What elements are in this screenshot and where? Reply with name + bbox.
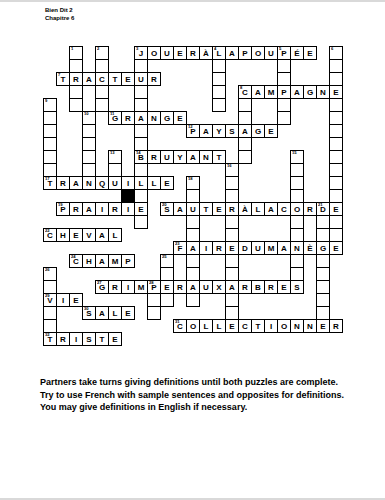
letter-cell: Q xyxy=(95,176,109,190)
letter-cell: Y xyxy=(212,124,226,138)
letter-cell: E xyxy=(212,202,226,216)
empty-cell[interactable] xyxy=(316,306,330,320)
letter-cell: T xyxy=(251,319,265,333)
cell-letter: A xyxy=(96,230,108,242)
letter-cell: T17 xyxy=(43,176,57,190)
letter-cell: E xyxy=(264,124,278,138)
letter-cell: G11 xyxy=(108,111,122,125)
letter-cell: R xyxy=(147,150,161,164)
cell-letter: R xyxy=(265,282,277,294)
letter-cell: A xyxy=(95,254,109,268)
letter-cell: C8 xyxy=(238,85,252,99)
clue-number: 7 xyxy=(58,73,60,77)
empty-cell[interactable] xyxy=(69,59,83,73)
letter-cell: R xyxy=(69,202,83,216)
cell-letter: R xyxy=(174,282,186,294)
clue-number: 5 xyxy=(279,47,281,51)
letter-cell: A xyxy=(69,176,83,190)
letter-cell: T xyxy=(95,332,109,346)
letter-cell: O xyxy=(251,46,265,60)
cell-letter: S xyxy=(83,334,95,346)
empty-cell[interactable] xyxy=(316,267,330,281)
letter-cell: I xyxy=(121,280,135,294)
cell-letter: E xyxy=(122,308,134,320)
empty-cell[interactable] xyxy=(316,293,330,307)
cell-letter: R xyxy=(57,178,69,190)
empty-cell[interactable] xyxy=(290,228,304,242)
clue-number: 1 xyxy=(71,47,73,51)
empty-cell[interactable]: 13 xyxy=(108,150,122,164)
cell-letter: A xyxy=(96,256,108,268)
empty-cell[interactable] xyxy=(82,150,96,164)
empty-cell[interactable] xyxy=(134,163,148,177)
letter-cell: T xyxy=(212,150,226,164)
empty-cell[interactable] xyxy=(225,215,239,229)
clue-number: 13 xyxy=(110,151,115,155)
letter-cell: N xyxy=(82,176,96,190)
empty-cell[interactable] xyxy=(212,72,226,86)
empty-cell[interactable] xyxy=(134,215,148,229)
letter-cell: E xyxy=(69,228,83,242)
letter-cell: E xyxy=(173,46,187,60)
letter-cell: R xyxy=(225,202,239,216)
letter-cell: U xyxy=(160,150,174,164)
empty-cell[interactable] xyxy=(134,137,148,151)
cell-letter: T xyxy=(96,334,108,346)
letter-cell: U xyxy=(199,280,213,294)
cell-letter: V xyxy=(83,230,95,242)
letter-cell: A xyxy=(134,111,148,125)
empty-cell[interactable] xyxy=(212,85,226,99)
letter-cell: E xyxy=(277,280,291,294)
letter-cell: H xyxy=(56,228,70,242)
letter-cell: R xyxy=(212,241,226,255)
letter-cell: N xyxy=(199,150,213,164)
letter-cell: O xyxy=(147,46,161,60)
letter-cell: A xyxy=(173,202,187,216)
empty-cell[interactable] xyxy=(95,98,109,112)
letter-cell: À xyxy=(238,202,252,216)
clue-number: 26 xyxy=(45,268,50,272)
empty-cell[interactable] xyxy=(329,137,343,151)
cell-letter: I xyxy=(57,295,69,307)
cell-letter: R xyxy=(109,282,121,294)
letter-cell: M xyxy=(108,254,122,268)
cell-letter: R xyxy=(122,113,134,125)
cell-letter: O xyxy=(252,48,264,60)
empty-cell[interactable] xyxy=(108,163,122,177)
cell-letter: R xyxy=(213,243,225,255)
cell-letter: A xyxy=(200,126,212,138)
cell-letter: T xyxy=(252,321,264,333)
empty-cell[interactable] xyxy=(316,254,330,268)
clue-number: 18 xyxy=(188,177,193,181)
letter-cell: U xyxy=(251,241,265,255)
cell-letter: S xyxy=(291,282,303,294)
letter-cell: R xyxy=(303,202,317,216)
letter-cell: R xyxy=(108,202,122,216)
empty-cell[interactable]: 25 xyxy=(160,254,174,268)
empty-cell[interactable] xyxy=(290,163,304,177)
empty-cell[interactable] xyxy=(186,267,200,281)
letter-cell: C22 xyxy=(43,228,57,242)
letter-cell: I xyxy=(199,241,213,255)
letter-cell: L xyxy=(134,176,148,190)
empty-cell[interactable] xyxy=(69,85,83,99)
cell-letter: R xyxy=(239,282,251,294)
cell-letter: U xyxy=(161,152,173,164)
cell-letter: À xyxy=(239,204,251,216)
empty-cell[interactable] xyxy=(329,150,343,164)
letter-cell: R xyxy=(121,111,135,125)
empty-cell[interactable] xyxy=(43,111,57,125)
empty-cell[interactable]: 2 xyxy=(95,46,109,60)
clue-number: 2 xyxy=(97,47,99,51)
empty-cell[interactable] xyxy=(316,215,330,229)
cell-letter: I xyxy=(200,243,212,255)
letter-cell: R xyxy=(69,72,83,86)
empty-cell[interactable] xyxy=(238,111,252,125)
cell-letter: P xyxy=(122,256,134,268)
letter-cell: A xyxy=(82,202,96,216)
cell-letter: A xyxy=(187,152,199,164)
cell-letter: O xyxy=(148,48,160,60)
letter-cell: P xyxy=(277,85,291,99)
letter-cell: U xyxy=(264,46,278,60)
cell-letter: R xyxy=(57,334,69,346)
cell-letter: N xyxy=(83,178,95,190)
header-chapter: Chapitre 6 xyxy=(45,15,74,23)
cell-letter: A xyxy=(265,204,277,216)
empty-cell[interactable] xyxy=(43,319,57,333)
letter-cell: U xyxy=(186,202,200,216)
letter-cell: E xyxy=(173,111,187,125)
empty-cell[interactable] xyxy=(186,254,200,268)
clue-number: 8 xyxy=(240,86,242,90)
cell-letter: I xyxy=(122,204,134,216)
letter-cell: L xyxy=(108,306,122,320)
letter-cell: U xyxy=(108,176,122,190)
empty-cell[interactable] xyxy=(329,111,343,125)
letter-cell: L xyxy=(199,319,213,333)
cell-letter: T xyxy=(213,152,225,164)
cell-letter: É xyxy=(291,48,303,60)
cell-letter: I xyxy=(122,282,134,294)
cell-letter: L xyxy=(213,321,225,333)
cell-letter: R xyxy=(148,74,160,86)
empty-cell[interactable] xyxy=(160,267,174,281)
letter-cell: R xyxy=(147,72,161,86)
letter-cell: È xyxy=(303,241,317,255)
cell-letter: G xyxy=(161,113,173,125)
clue-number: 31 xyxy=(175,320,180,324)
letter-cell: E xyxy=(316,319,330,333)
empty-cell[interactable] xyxy=(134,59,148,73)
cell-letter: È xyxy=(304,243,316,255)
cell-letter: H xyxy=(57,230,69,242)
letter-cell: O xyxy=(277,319,291,333)
empty-cell[interactable] xyxy=(147,306,161,320)
cell-letter: E xyxy=(226,321,238,333)
letter-cell: E xyxy=(329,202,343,216)
letter-cell: R xyxy=(56,176,70,190)
empty-cell[interactable] xyxy=(238,137,252,151)
empty-cell[interactable] xyxy=(329,98,343,112)
empty-cell[interactable] xyxy=(225,228,239,242)
cell-letter: E xyxy=(174,48,186,60)
letter-cell: L xyxy=(108,228,122,242)
empty-cell[interactable] xyxy=(238,98,252,112)
worksheet-page: Bien Dit 2 Chapitre 6 12J3OUERÀL4APOUP5É… xyxy=(0,0,385,500)
clue-number: 16 xyxy=(227,164,232,168)
empty-cell[interactable] xyxy=(134,85,148,99)
letter-cell: R xyxy=(264,280,278,294)
empty-cell[interactable] xyxy=(225,293,239,307)
empty-cell[interactable] xyxy=(82,124,96,138)
clue-number: 19 xyxy=(58,203,63,207)
letter-cell: A xyxy=(238,124,252,138)
empty-cell[interactable] xyxy=(329,124,343,138)
clue-number: 29 xyxy=(45,294,50,298)
empty-cell[interactable] xyxy=(134,189,148,203)
letter-cell: R xyxy=(329,319,343,333)
empty-cell[interactable] xyxy=(186,228,200,242)
clue-number: 27 xyxy=(97,281,102,285)
empty-cell[interactable] xyxy=(290,215,304,229)
cell-letter: N xyxy=(148,113,160,125)
empty-cell[interactable] xyxy=(43,150,57,164)
cell-letter: E xyxy=(174,113,186,125)
empty-cell[interactable] xyxy=(290,189,304,203)
empty-cell[interactable] xyxy=(95,85,109,99)
empty-cell[interactable] xyxy=(43,280,57,294)
empty-cell[interactable] xyxy=(134,124,148,138)
empty-cell[interactable] xyxy=(329,72,343,86)
cell-letter: A xyxy=(278,243,290,255)
letter-cell: S20 xyxy=(160,202,174,216)
cell-letter: E xyxy=(317,321,329,333)
letter-cell: E xyxy=(160,176,174,190)
cell-letter: A xyxy=(96,308,108,320)
clue-number: 10 xyxy=(84,112,89,116)
letter-cell: S xyxy=(225,124,239,138)
page-edge-top xyxy=(0,0,385,2)
cell-letter: M xyxy=(265,87,277,99)
empty-cell[interactable]: 15 xyxy=(290,150,304,164)
clue-number: 25 xyxy=(162,255,167,259)
letter-cell: A xyxy=(186,150,200,164)
empty-cell[interactable] xyxy=(225,267,239,281)
empty-cell[interactable] xyxy=(329,215,343,229)
letter-cell: M xyxy=(264,241,278,255)
letter-cell: E xyxy=(121,72,135,86)
letter-cell: G xyxy=(316,241,330,255)
empty-cell[interactable] xyxy=(290,176,304,190)
clue-number: 21 xyxy=(318,203,323,207)
letter-cell: I xyxy=(95,202,109,216)
empty-cell[interactable] xyxy=(69,98,83,112)
letter-cell: C xyxy=(277,202,291,216)
cell-letter: U xyxy=(265,48,277,60)
letter-cell: R xyxy=(238,280,252,294)
cell-letter: R xyxy=(304,204,316,216)
clue-number: 22 xyxy=(45,229,50,233)
cell-letter: A xyxy=(174,204,186,216)
letter-cell: E xyxy=(329,85,343,99)
cell-letter: N xyxy=(317,87,329,99)
letter-cell: I xyxy=(264,319,278,333)
letter-cell: B xyxy=(251,280,265,294)
empty-cell[interactable] xyxy=(277,72,291,86)
cell-letter: Y xyxy=(174,152,186,164)
letter-cell: A xyxy=(82,72,96,86)
empty-cell[interactable] xyxy=(186,189,200,203)
cell-letter: I xyxy=(70,334,82,346)
empty-cell[interactable] xyxy=(225,306,239,320)
letter-cell: É xyxy=(290,46,304,60)
letter-cell: N xyxy=(290,241,304,255)
empty-cell[interactable]: 6 xyxy=(329,46,343,60)
empty-cell[interactable] xyxy=(290,267,304,281)
clue-number: 11 xyxy=(110,112,114,116)
empty-cell[interactable] xyxy=(82,137,96,151)
letter-cell: P5 xyxy=(277,46,291,60)
letter-cell: A xyxy=(95,228,109,242)
cell-letter: S xyxy=(226,126,238,138)
clue-number: 6 xyxy=(331,47,333,51)
letter-cell: E xyxy=(303,46,317,60)
page-header: Bien Dit 2 Chapitre 6 xyxy=(45,7,74,22)
empty-cell[interactable] xyxy=(43,124,57,138)
clue-number: 24 xyxy=(71,255,76,259)
empty-cell[interactable]: 9 xyxy=(43,98,57,112)
letter-cell: I xyxy=(69,332,83,346)
empty-cell[interactable] xyxy=(82,163,96,177)
letter-cell: T xyxy=(199,202,213,216)
empty-cell[interactable]: 16 xyxy=(225,163,239,177)
letter-cell: P19 xyxy=(56,202,70,216)
empty-cell[interactable]: 18 xyxy=(186,176,200,190)
cell-letter: E xyxy=(109,334,121,346)
empty-cell[interactable] xyxy=(212,59,226,73)
letter-cell: C24 xyxy=(69,254,83,268)
cell-letter: U xyxy=(109,178,121,190)
letter-cell: N xyxy=(147,111,161,125)
cell-letter: T xyxy=(200,204,212,216)
empty-cell[interactable] xyxy=(316,280,330,294)
letter-cell: A xyxy=(225,280,239,294)
letter-cell: R xyxy=(173,280,187,294)
letter-cell: E xyxy=(108,332,122,346)
empty-cell[interactable] xyxy=(225,176,239,190)
cell-letter: L xyxy=(200,321,212,333)
cell-letter: A xyxy=(83,204,95,216)
empty-cell[interactable] xyxy=(277,111,291,125)
letter-cell: O xyxy=(186,319,200,333)
letter-cell: G xyxy=(160,111,174,125)
cell-letter: À xyxy=(200,48,212,60)
cell-letter: U xyxy=(200,282,212,294)
empty-cell[interactable] xyxy=(329,228,343,242)
clue-number: 17 xyxy=(45,177,50,181)
empty-cell[interactable] xyxy=(225,254,239,268)
letter-cell: U xyxy=(160,46,174,60)
cell-letter: U xyxy=(252,243,264,255)
empty-cell[interactable] xyxy=(186,215,200,229)
cell-letter: E xyxy=(70,230,82,242)
empty-cell[interactable] xyxy=(212,98,226,112)
empty-cell[interactable] xyxy=(225,189,239,203)
empty-cell[interactable] xyxy=(134,98,148,112)
empty-cell[interactable] xyxy=(329,189,343,203)
letter-cell: I xyxy=(121,202,135,216)
cell-letter: R xyxy=(330,321,342,333)
empty-cell[interactable] xyxy=(329,59,343,73)
empty-cell[interactable] xyxy=(43,137,57,151)
black-cell xyxy=(121,189,135,203)
letter-cell: P xyxy=(238,46,252,60)
empty-cell[interactable] xyxy=(238,150,252,164)
empty-cell[interactable] xyxy=(95,59,109,73)
letter-cell: A xyxy=(225,46,239,60)
cell-letter: X xyxy=(213,282,225,294)
letter-cell: S xyxy=(290,280,304,294)
clue-number: 15 xyxy=(292,151,297,155)
letter-cell: M xyxy=(264,85,278,99)
empty-cell[interactable] xyxy=(277,98,291,112)
letter-cell: R xyxy=(186,46,200,60)
empty-cell[interactable] xyxy=(329,176,343,190)
empty-cell[interactable] xyxy=(160,293,174,307)
letter-cell: A xyxy=(95,306,109,320)
cell-letter: A xyxy=(291,87,303,99)
cell-letter: N xyxy=(304,321,316,333)
letter-cell: E xyxy=(225,241,239,255)
empty-cell[interactable] xyxy=(277,59,291,73)
cell-letter: P xyxy=(239,48,251,60)
cell-letter: I xyxy=(265,321,277,333)
cell-letter: H xyxy=(83,256,95,268)
letter-cell: P28 xyxy=(147,280,161,294)
instructions-text: Partners take turns giving definitions u… xyxy=(40,376,354,414)
empty-cell[interactable]: 10 xyxy=(82,111,96,125)
empty-cell[interactable] xyxy=(290,254,304,268)
clue-number: 3 xyxy=(136,47,138,51)
letter-cell: V xyxy=(82,228,96,242)
empty-cell[interactable] xyxy=(43,306,57,320)
letter-cell: I xyxy=(56,293,70,307)
letter-cell: E xyxy=(225,319,239,333)
cell-letter: U xyxy=(161,48,173,60)
empty-cell[interactable] xyxy=(147,293,161,307)
empty-cell[interactable]: 1 xyxy=(69,46,83,60)
empty-cell[interactable] xyxy=(186,293,200,307)
cell-letter: R xyxy=(187,48,199,60)
letter-cell: A xyxy=(186,280,200,294)
cell-letter: R xyxy=(148,152,160,164)
letter-cell: G xyxy=(251,124,265,138)
empty-cell[interactable] xyxy=(43,163,57,177)
crossword-grid: 12J3OUERÀL4APOUP5ÉE6T7RACTEURC8AMPAGNE91… xyxy=(43,46,343,346)
empty-cell[interactable]: 26 xyxy=(43,267,57,281)
letter-cell: U xyxy=(134,72,148,86)
cell-letter: E xyxy=(304,48,316,60)
empty-cell[interactable] xyxy=(329,163,343,177)
cell-letter: M xyxy=(135,282,147,294)
empty-cell[interactable] xyxy=(316,228,330,242)
letter-cell: V29 xyxy=(43,293,57,307)
letter-cell: A xyxy=(277,241,291,255)
